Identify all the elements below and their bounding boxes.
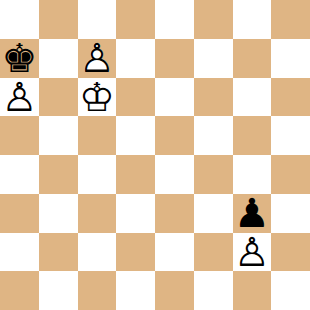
- square-b4[interactable]: [39, 155, 78, 194]
- square-a7[interactable]: ♚: [0, 39, 39, 78]
- square-e8[interactable]: [155, 0, 194, 39]
- square-d7[interactable]: [116, 39, 155, 78]
- square-c5[interactable]: [78, 116, 117, 155]
- square-b7[interactable]: [39, 39, 78, 78]
- piece-black-pawn[interactable]: ♟: [233, 194, 272, 233]
- white-pawn-icon: ♙: [78, 39, 117, 78]
- square-g4[interactable]: [233, 155, 272, 194]
- square-b8[interactable]: [39, 0, 78, 39]
- square-h2[interactable]: [271, 233, 310, 272]
- square-g1[interactable]: [233, 271, 272, 310]
- square-h3[interactable]: [271, 194, 310, 233]
- white-king-icon: ♔: [78, 78, 117, 117]
- square-c2[interactable]: [78, 233, 117, 272]
- square-a8[interactable]: [0, 0, 39, 39]
- square-g2[interactable]: ♟♙: [233, 233, 272, 272]
- square-d2[interactable]: [116, 233, 155, 272]
- square-c1[interactable]: [78, 271, 117, 310]
- piece-white-pawn[interactable]: ♟♙: [78, 39, 117, 78]
- black-pawn-icon: ♟: [233, 194, 272, 233]
- square-a1[interactable]: [0, 271, 39, 310]
- square-g6[interactable]: [233, 78, 272, 117]
- square-c3[interactable]: [78, 194, 117, 233]
- square-e1[interactable]: [155, 271, 194, 310]
- square-d3[interactable]: [116, 194, 155, 233]
- square-f7[interactable]: [194, 39, 233, 78]
- square-d4[interactable]: [116, 155, 155, 194]
- square-a5[interactable]: [0, 116, 39, 155]
- square-a6[interactable]: ♟♙: [0, 78, 39, 117]
- square-d5[interactable]: [116, 116, 155, 155]
- black-king-icon: ♚: [0, 39, 39, 78]
- square-f6[interactable]: [194, 78, 233, 117]
- square-h5[interactable]: [271, 116, 310, 155]
- square-f1[interactable]: [194, 271, 233, 310]
- square-b6[interactable]: [39, 78, 78, 117]
- piece-white-pawn[interactable]: ♟♙: [0, 78, 39, 117]
- square-f2[interactable]: [194, 233, 233, 272]
- square-f4[interactable]: [194, 155, 233, 194]
- square-e5[interactable]: [155, 116, 194, 155]
- square-d8[interactable]: [116, 0, 155, 39]
- square-e7[interactable]: [155, 39, 194, 78]
- square-e4[interactable]: [155, 155, 194, 194]
- square-f8[interactable]: [194, 0, 233, 39]
- square-b2[interactable]: [39, 233, 78, 272]
- square-b3[interactable]: [39, 194, 78, 233]
- square-e6[interactable]: [155, 78, 194, 117]
- square-a2[interactable]: [0, 233, 39, 272]
- square-a3[interactable]: [0, 194, 39, 233]
- chess-board: ♚♟♙♟♙♚♔♟♟♙: [0, 0, 310, 310]
- square-d6[interactable]: [116, 78, 155, 117]
- square-e3[interactable]: [155, 194, 194, 233]
- square-g5[interactable]: [233, 116, 272, 155]
- square-f3[interactable]: [194, 194, 233, 233]
- square-c4[interactable]: [78, 155, 117, 194]
- square-c6[interactable]: ♚♔: [78, 78, 117, 117]
- square-h4[interactable]: [271, 155, 310, 194]
- square-g3[interactable]: ♟: [233, 194, 272, 233]
- square-h1[interactable]: [271, 271, 310, 310]
- piece-white-pawn[interactable]: ♟♙: [233, 233, 272, 272]
- square-h6[interactable]: [271, 78, 310, 117]
- square-e2[interactable]: [155, 233, 194, 272]
- square-d1[interactable]: [116, 271, 155, 310]
- square-c8[interactable]: [78, 0, 117, 39]
- white-pawn-icon: ♙: [233, 233, 272, 272]
- square-f5[interactable]: [194, 116, 233, 155]
- square-b5[interactable]: [39, 116, 78, 155]
- white-pawn-icon: ♙: [0, 78, 39, 117]
- square-g8[interactable]: [233, 0, 272, 39]
- square-b1[interactable]: [39, 271, 78, 310]
- square-h7[interactable]: [271, 39, 310, 78]
- square-h8[interactable]: [271, 0, 310, 39]
- square-c7[interactable]: ♟♙: [78, 39, 117, 78]
- square-a4[interactable]: [0, 155, 39, 194]
- piece-black-king[interactable]: ♚: [0, 39, 39, 78]
- piece-white-king[interactable]: ♚♔: [78, 78, 117, 117]
- square-g7[interactable]: [233, 39, 272, 78]
